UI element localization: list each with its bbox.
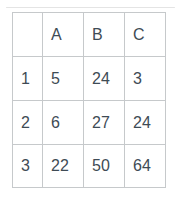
cell-C1: 3	[125, 57, 165, 100]
row-header-2: 2	[13, 101, 42, 144]
data-table: A B C 1 5 24 3 2 6 27 24 3 22 50 64	[12, 12, 166, 188]
cell-C2: 24	[125, 101, 165, 144]
col-header-C: C	[125, 13, 165, 56]
cell-A2: 6	[43, 101, 83, 144]
cell-B1: 24	[84, 57, 124, 100]
table-widget: A B C 1 5 24 3 2 6 27 24 3 22 50 64	[0, 0, 180, 202]
cell-B3: 50	[84, 145, 124, 187]
corner-cell	[13, 13, 42, 56]
cell-B2: 27	[84, 101, 124, 144]
cell-A3: 22	[43, 145, 83, 187]
row-header-3: 3	[13, 145, 42, 187]
col-header-B: B	[84, 13, 124, 56]
cell-A1: 5	[43, 57, 83, 100]
card-top-edge	[6, 7, 175, 8]
row-header-1: 1	[13, 57, 42, 100]
cell-C3: 64	[125, 145, 165, 187]
col-header-A: A	[43, 13, 83, 56]
